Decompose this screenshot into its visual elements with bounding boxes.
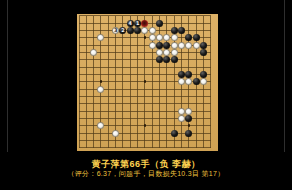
black-stone <box>156 20 163 27</box>
white-stone <box>185 42 192 49</box>
black-stone <box>171 56 178 63</box>
star-point <box>144 36 146 38</box>
video-frame: 4132 黄子萍第66手（负 李赫） （评分：6.37，问题手，目数损失10.3… <box>0 0 292 190</box>
black-stone <box>127 20 134 27</box>
white-stone <box>193 42 200 49</box>
star-point <box>188 124 190 126</box>
grid-line-horizontal <box>79 103 211 104</box>
white-stone <box>178 108 185 115</box>
red-highlight-stone <box>141 20 148 27</box>
black-stone <box>185 71 192 78</box>
grid-line-vertical <box>210 16 211 148</box>
black-stone <box>193 78 200 85</box>
black-stone <box>200 49 207 56</box>
white-stone <box>156 49 163 56</box>
black-stone <box>171 130 178 137</box>
star-point <box>144 124 146 126</box>
white-stone <box>149 27 156 34</box>
black-stone <box>200 42 207 49</box>
grid-line-horizontal <box>79 96 211 97</box>
white-stone <box>200 78 207 85</box>
white-stone <box>178 42 185 49</box>
white-stone <box>97 122 104 129</box>
letterbox-right-edge <box>284 0 285 152</box>
black-stone <box>134 20 141 27</box>
grid-line-horizontal <box>79 147 211 148</box>
black-stone <box>163 42 170 49</box>
white-stone <box>112 130 119 137</box>
white-stone <box>185 108 192 115</box>
grid-line-horizontal <box>79 140 211 141</box>
letterbox-left-edge <box>7 0 8 152</box>
white-stone <box>149 34 156 41</box>
white-stone <box>97 34 104 41</box>
black-stone <box>200 71 207 78</box>
black-stone <box>163 56 170 63</box>
black-stone <box>178 27 185 34</box>
black-stone <box>127 27 134 34</box>
white-stone <box>112 27 119 34</box>
black-stone <box>193 34 200 41</box>
black-stone <box>156 56 163 63</box>
white-stone <box>171 34 178 41</box>
white-stone <box>178 115 185 122</box>
white-stone <box>97 86 104 93</box>
black-stone <box>119 27 126 34</box>
white-stone <box>149 42 156 49</box>
black-stone <box>185 115 192 122</box>
white-stone <box>171 42 178 49</box>
caption-eval-subtitle: （评分：6.37，问题手，目数损失10.3目 第17） <box>0 169 292 179</box>
star-point <box>144 80 146 82</box>
white-stone <box>171 49 178 56</box>
white-stone <box>178 78 185 85</box>
black-stone <box>171 27 178 34</box>
white-stone <box>163 34 170 41</box>
black-stone <box>185 130 192 137</box>
star-point <box>100 80 102 82</box>
go-board[interactable]: 4132 <box>77 14 218 151</box>
black-stone <box>178 71 185 78</box>
black-stone <box>156 42 163 49</box>
black-stone <box>185 34 192 41</box>
black-stone <box>134 27 141 34</box>
white-stone <box>156 34 163 41</box>
white-stone <box>141 27 148 34</box>
white-stone <box>90 49 97 56</box>
white-stone <box>185 78 192 85</box>
white-stone <box>163 49 170 56</box>
